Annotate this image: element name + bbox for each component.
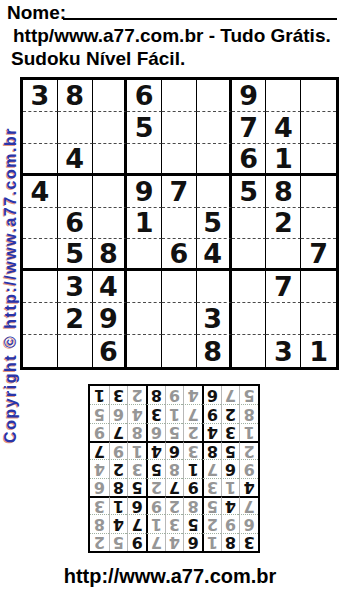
solution-cell-r8c2: 2: [221, 404, 240, 422]
cell-r3c7: 6: [232, 144, 267, 176]
solution-cell-r3c5: 2: [165, 496, 184, 514]
cell-r9c4: [127, 335, 162, 367]
cell-r9c6: 8: [197, 335, 232, 367]
solution-cell-r1c9: 2: [90, 533, 109, 551]
cell-r2c7: 7: [232, 112, 267, 144]
solution-cell-r8c4: 7: [183, 404, 202, 422]
solution-cell-r7c4: 2: [183, 423, 202, 441]
solution-cell-r2c9: 8: [90, 514, 109, 532]
solution-cell-r1c6: 7: [146, 533, 165, 551]
solution-cell-r5c2: 6: [221, 459, 240, 477]
solution-cell-r4c3: 3: [202, 478, 221, 496]
solution-cell-r9c2: 7: [221, 386, 240, 404]
solution-cell-r8c9: 5: [90, 404, 109, 422]
solution-cell-r3c2: 4: [221, 496, 240, 514]
solution-cell-r9c9: 1: [90, 386, 109, 404]
footer-url: http://www.a77.com.br: [0, 565, 340, 588]
solution-cell-r6c7: 1: [127, 441, 146, 459]
solution-cell-r8c1: 8: [239, 404, 258, 422]
cell-r2c5: [162, 112, 197, 144]
solution-cell-r7c5: 5: [165, 423, 184, 441]
solution-cell-r5c5: 8: [165, 459, 184, 477]
name-underline: [63, 2, 337, 20]
cell-r7c7: [232, 271, 267, 303]
cell-r6c7: [232, 239, 267, 271]
solution-cell-r4c2: 1: [221, 478, 240, 496]
cell-r3c3: [93, 144, 128, 176]
solution-cell-r2c1: 6: [239, 514, 258, 532]
cell-r6c8: [266, 239, 301, 271]
solution-cell-r9c5: 9: [165, 386, 184, 404]
solution-cell-r9c4: 4: [183, 386, 202, 404]
solution-cell-r8c7: 4: [127, 404, 146, 422]
solution-cell-r4c7: 5: [127, 478, 146, 496]
cell-r1c8: [266, 80, 301, 112]
solution-cell-r2c4: 5: [183, 514, 202, 532]
solution-cell-r6c1: 2: [239, 441, 258, 459]
cell-r8c2: 2: [58, 303, 93, 335]
cell-r6c1: [23, 239, 58, 271]
solution-cell-r8c6: 3: [146, 404, 165, 422]
cell-r9c8: 3: [266, 335, 301, 367]
solution-cell-r9c8: 3: [109, 386, 128, 404]
solution-cell-r1c5: 4: [165, 533, 184, 551]
cell-r7c8: 7: [266, 271, 301, 303]
solution-cell-r7c8: 7: [109, 423, 128, 441]
puzzle-level-title: Sudoku Nível Fácil.: [11, 48, 185, 70]
cell-r3c5: [162, 144, 197, 176]
cell-r8c9: [301, 303, 336, 335]
name-label: Nome:: [7, 2, 66, 24]
cell-r8c8: [266, 303, 301, 335]
cell-r4c5: 7: [162, 176, 197, 208]
cell-r8c3: 9: [93, 303, 128, 335]
solution-cell-r3c1: 7: [239, 496, 258, 514]
solution-cell-r6c6: 4: [146, 441, 165, 459]
solution-cell-r6c3: 8: [202, 441, 221, 459]
solution-cell-r1c3: 1: [202, 533, 221, 551]
solution-cell-r3c9: 3: [90, 496, 109, 514]
solution-cell-r4c1: 4: [239, 478, 258, 496]
cell-r8c5: [162, 303, 197, 335]
solution-cell-r7c1: 1: [239, 423, 258, 441]
solution-cell-r3c3: 5: [202, 496, 221, 514]
solution-cell-r2c7: 7: [127, 514, 146, 532]
cell-r2c2: [58, 112, 93, 144]
solution-cell-r3c8: 1: [109, 496, 128, 514]
solution-cell-r7c9: 9: [90, 423, 109, 441]
cell-r2c6: [197, 112, 232, 144]
solution-cell-r6c2: 5: [221, 441, 240, 459]
cell-r9c2: [58, 335, 93, 367]
cell-r8c1: [23, 303, 58, 335]
solution-cell-r2c2: 9: [221, 514, 240, 532]
sudoku-solution-grid-rotated: 3816479526925317487458296134139725869671…: [88, 384, 260, 553]
cell-r5c8: 2: [266, 208, 301, 240]
cell-r3c8: 1: [266, 144, 301, 176]
cell-r7c2: 3: [58, 271, 93, 303]
solution-cell-r3c7: 6: [127, 496, 146, 514]
solution-cell-r5c8: 2: [109, 459, 128, 477]
cell-r5c6: 5: [197, 208, 232, 240]
solution-cell-r9c6: 8: [146, 386, 165, 404]
solution-cell-r4c6: 2: [146, 478, 165, 496]
cell-r5c2: 6: [58, 208, 93, 240]
cell-r1c4: 6: [127, 80, 162, 112]
cell-r9c7: [232, 335, 267, 367]
cell-r2c9: [301, 112, 336, 144]
cell-r5c7: [232, 208, 267, 240]
cell-r8c6: 3: [197, 303, 232, 335]
cell-r7c6: [197, 271, 232, 303]
solution-cell-r4c9: 6: [90, 478, 109, 496]
solution-cell-r2c5: 3: [165, 514, 184, 532]
solution-cell-r4c8: 8: [109, 478, 128, 496]
solution-cell-r3c4: 8: [183, 496, 202, 514]
solution-cell-r5c1: 9: [239, 459, 258, 477]
cell-r6c9: 7: [301, 239, 336, 271]
solution-cell-r8c8: 6: [109, 404, 128, 422]
cell-r6c5: 6: [162, 239, 197, 271]
cell-r7c3: 4: [93, 271, 128, 303]
cell-r5c9: [301, 208, 336, 240]
cell-r7c9: [301, 271, 336, 303]
cell-r9c3: 6: [93, 335, 128, 367]
solution-cell-r9c1: 5: [239, 386, 258, 404]
copyright-vertical-text: Copyright © http://www.a77.com.br: [2, 115, 20, 455]
solution-cell-r5c3: 7: [202, 459, 221, 477]
cell-r3c2: 4: [58, 144, 93, 176]
cell-r9c9: 1: [301, 335, 336, 367]
cell-r8c7: [232, 303, 267, 335]
cell-r4c9: [301, 176, 336, 208]
solution-cell-r9c7: 2: [127, 386, 146, 404]
cell-r5c3: [93, 208, 128, 240]
solution-cell-r6c8: 9: [109, 441, 128, 459]
cell-r5c4: 1: [127, 208, 162, 240]
solution-cell-r8c3: 9: [202, 404, 221, 422]
cell-r2c4: 5: [127, 112, 162, 144]
cell-r4c1: 4: [23, 176, 58, 208]
cell-r8c4: [127, 303, 162, 335]
solution-cell-r2c8: 4: [109, 514, 128, 532]
cell-r4c7: 5: [232, 176, 267, 208]
solution-cell-r7c6: 6: [146, 423, 165, 441]
solution-cell-r7c7: 8: [127, 423, 146, 441]
cell-r6c3: 8: [93, 239, 128, 271]
cell-r5c1: [23, 208, 58, 240]
cell-r3c1: [23, 144, 58, 176]
cell-r6c6: 4: [197, 239, 232, 271]
cell-r4c8: 8: [266, 176, 301, 208]
cell-r4c2: [58, 176, 93, 208]
cell-r4c3: [93, 176, 128, 208]
solution-cell-r5c7: 3: [127, 459, 146, 477]
cell-r6c2: 5: [58, 239, 93, 271]
cell-r1c9: [301, 80, 336, 112]
cell-r1c1: 3: [23, 80, 58, 112]
cell-r6c4: [127, 239, 162, 271]
solution-cell-r9c3: 6: [202, 386, 221, 404]
solution-cell-r7c3: 4: [202, 423, 221, 441]
solution-cell-r5c6: 5: [146, 459, 165, 477]
solution-cell-r4c5: 7: [165, 478, 184, 496]
cell-r3c9: [301, 144, 336, 176]
solution-cell-r8c5: 1: [165, 404, 184, 422]
cell-r2c3: [93, 112, 128, 144]
solution-cell-r3c6: 9: [146, 496, 165, 514]
solution-cell-r1c4: 6: [183, 533, 202, 551]
solution-cell-r2c3: 2: [202, 514, 221, 532]
cell-r7c4: [127, 271, 162, 303]
solution-cell-r1c2: 8: [221, 533, 240, 551]
cell-r5c5: [162, 208, 197, 240]
cell-r3c4: [127, 144, 162, 176]
solution-cell-r2c6: 1: [146, 514, 165, 532]
solution-cell-r1c1: 3: [239, 533, 258, 551]
solution-cell-r4c4: 9: [183, 478, 202, 496]
solution-cell-r7c2: 3: [221, 423, 240, 441]
cell-r4c6: [197, 176, 232, 208]
cell-r1c2: 8: [58, 80, 93, 112]
solution-cell-r1c8: 5: [109, 533, 128, 551]
solution-cell-r6c4: 3: [183, 441, 202, 459]
cell-r7c5: [162, 271, 197, 303]
sudoku-puzzle-grid: 3869574461497586152586473472936831: [20, 77, 339, 370]
solution-cell-r6c5: 6: [165, 441, 184, 459]
cell-r1c6: [197, 80, 232, 112]
cell-r9c5: [162, 335, 197, 367]
solution-cell-r6c9: 7: [90, 441, 109, 459]
solution-cell-r5c9: 4: [90, 459, 109, 477]
solution-cell-r5c4: 1: [183, 459, 202, 477]
solution-cell-r1c7: 9: [127, 533, 146, 551]
cell-r2c1: [23, 112, 58, 144]
cell-r1c5: [162, 80, 197, 112]
site-title: http/www.a77.com.br - Tudo Grátis.: [13, 25, 331, 47]
cell-r7c1: [23, 271, 58, 303]
cell-r4c4: 9: [127, 176, 162, 208]
cell-r2c8: 4: [266, 112, 301, 144]
cell-r1c3: [93, 80, 128, 112]
cell-r9c1: [23, 335, 58, 367]
cell-r3c6: [197, 144, 232, 176]
cell-r1c7: 9: [232, 80, 267, 112]
